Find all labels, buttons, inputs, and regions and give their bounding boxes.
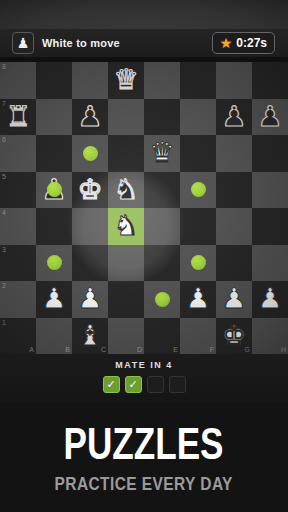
rank-label-2: 2 — [2, 282, 6, 289]
white-pawn: ♟ — [180, 281, 216, 318]
timer-box: ★ 0:27s — [212, 32, 275, 54]
black-knight: ♞ — [108, 172, 144, 209]
square-d6[interactable] — [108, 135, 144, 172]
puzzle-step-1-done: ✓ — [103, 376, 120, 393]
square-h4[interactable] — [252, 208, 288, 245]
square-e6[interactable]: ♛ — [144, 135, 180, 172]
white-king: ♚ — [216, 318, 252, 355]
puzzle-goal-label: MATE IN 4 — [115, 360, 172, 370]
white-pawn: ♟ — [72, 281, 108, 318]
square-c4[interactable] — [72, 208, 108, 245]
square-g6[interactable] — [216, 135, 252, 172]
square-f7[interactable] — [180, 99, 216, 136]
square-b3[interactable] — [36, 245, 72, 282]
square-g2[interactable]: ♟ — [216, 281, 252, 318]
square-a3[interactable]: 3 — [0, 245, 36, 282]
app-screen: ♟ White to move ★ 0:27s 8♛7♜♟♟♟6♛5♟♚♞4♞3… — [0, 0, 288, 512]
square-f2[interactable]: ♟ — [180, 281, 216, 318]
square-d3[interactable] — [108, 245, 144, 282]
square-f4[interactable] — [180, 208, 216, 245]
square-f3[interactable] — [180, 245, 216, 282]
white-knight: ♞ — [108, 208, 144, 245]
rank-label-1: 1 — [2, 319, 6, 326]
puzzle-step-2-done: ✓ — [125, 376, 142, 393]
square-h6[interactable] — [252, 135, 288, 172]
puzzle-progress: ✓✓ — [103, 376, 186, 393]
square-g8[interactable] — [216, 62, 252, 99]
timer-value: 0:27s — [236, 36, 267, 50]
black-queen: ♛ — [108, 62, 144, 99]
checkmark-icon: ✓ — [128, 379, 137, 390]
square-f6[interactable] — [180, 135, 216, 172]
puzzle-step-4-pending — [169, 376, 186, 393]
square-d1[interactable]: D — [108, 318, 144, 355]
square-d5[interactable]: ♞ — [108, 172, 144, 209]
square-e3[interactable] — [144, 245, 180, 282]
checkmark-icon: ✓ — [106, 379, 115, 390]
square-d7[interactable] — [108, 99, 144, 136]
black-pawn: ♟ — [72, 99, 108, 136]
white-pawn: ♟ — [36, 281, 72, 318]
square-c2[interactable]: ♟ — [72, 281, 108, 318]
black-king: ♚ — [72, 172, 108, 209]
rank-label-6: 6 — [2, 136, 6, 143]
square-a6[interactable]: 6 — [0, 135, 36, 172]
square-d4[interactable]: ♞ — [108, 208, 144, 245]
puzzle-status: MATE IN 4 ✓✓ — [0, 354, 288, 402]
rank-label-5: 5 — [2, 173, 6, 180]
square-c3[interactable] — [72, 245, 108, 282]
square-e7[interactable] — [144, 99, 180, 136]
black-pawn: ♟ — [216, 99, 252, 136]
white-pawn: ♟ — [216, 281, 252, 318]
move-hint-c6[interactable] — [83, 146, 98, 161]
promo-footer: PUZZLES PRACTICE EVERY DAY — [0, 402, 288, 512]
file-label-h: H — [281, 346, 286, 353]
file-label-b: B — [65, 346, 70, 353]
square-h3[interactable] — [252, 245, 288, 282]
turn-indicator-box: ♟ — [12, 32, 34, 54]
square-b6[interactable] — [36, 135, 72, 172]
white-queen: ♛ — [144, 135, 180, 172]
move-hint-f5[interactable] — [191, 182, 206, 197]
square-b5[interactable]: ♟ — [36, 172, 72, 209]
square-c8[interactable] — [72, 62, 108, 99]
black-pawn: ♟ — [252, 99, 288, 136]
square-e5[interactable] — [144, 172, 180, 209]
status-bar: ♟ White to move ★ 0:27s — [0, 29, 288, 57]
top-strip — [0, 0, 288, 29]
white-bishop: ♝ — [72, 318, 108, 355]
square-g1[interactable]: G♚ — [216, 318, 252, 355]
move-hint-f3[interactable] — [191, 255, 206, 270]
square-g7[interactable]: ♟ — [216, 99, 252, 136]
turn-label: White to move — [42, 37, 120, 49]
move-hint-e2[interactable] — [155, 292, 170, 307]
square-c6[interactable] — [72, 135, 108, 172]
file-label-d: D — [137, 346, 142, 353]
square-d8[interactable]: ♛ — [108, 62, 144, 99]
white-pawn: ♟ — [252, 281, 288, 318]
square-h8[interactable] — [252, 62, 288, 99]
square-f5[interactable] — [180, 172, 216, 209]
star-icon: ★ — [220, 36, 233, 50]
black-rook: ♜ — [0, 99, 36, 136]
square-f1[interactable]: F — [180, 318, 216, 355]
square-a1[interactable]: 1A — [0, 318, 36, 355]
chess-board: 8♛7♜♟♟♟6♛5♟♚♞4♞32♟♟♟♟♟1ABC♝DEFG♚H — [0, 62, 288, 354]
square-c1[interactable]: C♝ — [72, 318, 108, 355]
puzzle-step-3-pending — [147, 376, 164, 393]
square-h1[interactable]: H — [252, 318, 288, 355]
file-label-f: F — [210, 346, 214, 353]
square-h2[interactable]: ♟ — [252, 281, 288, 318]
square-a7[interactable]: 7♜ — [0, 99, 36, 136]
square-f8[interactable] — [180, 62, 216, 99]
square-b2[interactable]: ♟ — [36, 281, 72, 318]
square-b7[interactable] — [36, 99, 72, 136]
promo-title: PUZZLES — [64, 421, 224, 466]
square-e2[interactable] — [144, 281, 180, 318]
square-b8[interactable] — [36, 62, 72, 99]
square-b4[interactable] — [36, 208, 72, 245]
square-e4[interactable] — [144, 208, 180, 245]
file-label-a: A — [29, 346, 34, 353]
square-d2[interactable] — [108, 281, 144, 318]
square-h5[interactable] — [252, 172, 288, 209]
square-a4[interactable]: 4 — [0, 208, 36, 245]
square-a5[interactable]: 5 — [0, 172, 36, 209]
file-label-e: E — [173, 346, 178, 353]
square-a2[interactable]: 2 — [0, 281, 36, 318]
square-c7[interactable]: ♟ — [72, 99, 108, 136]
move-hint-b3[interactable] — [47, 255, 62, 270]
square-g4[interactable] — [216, 208, 252, 245]
square-c5[interactable]: ♚ — [72, 172, 108, 209]
square-b1[interactable]: B — [36, 318, 72, 355]
rank-label-3: 3 — [2, 246, 6, 253]
square-a8[interactable]: 8 — [0, 62, 36, 99]
square-g3[interactable] — [216, 245, 252, 282]
square-g5[interactable] — [216, 172, 252, 209]
square-e8[interactable] — [144, 62, 180, 99]
rank-label-8: 8 — [2, 63, 6, 70]
square-e1[interactable]: E — [144, 318, 180, 355]
promo-subtitle: PRACTICE EVERY DAY — [55, 475, 233, 493]
move-hint-b5[interactable] — [47, 182, 62, 197]
rank-label-4: 4 — [2, 209, 6, 216]
square-h7[interactable]: ♟ — [252, 99, 288, 136]
white-pawn-icon: ♟ — [17, 36, 30, 50]
